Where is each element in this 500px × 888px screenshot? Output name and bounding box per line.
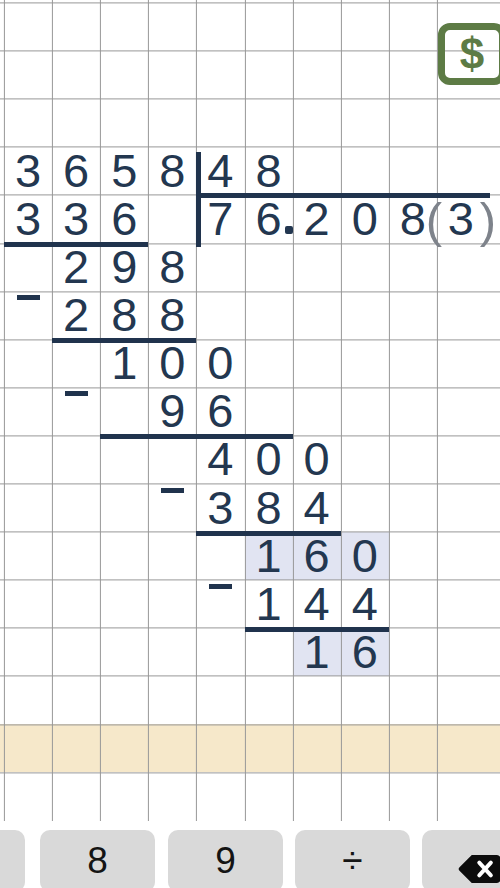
work-digit: 3 (196, 484, 244, 532)
minus-sign (17, 295, 40, 300)
worksheet-content-layer: 36584833676208(3)29828810096400384160144… (0, 0, 500, 821)
subtraction-underline (4, 242, 148, 247)
work-digit: 1 (245, 532, 293, 580)
work-digit: 0 (245, 435, 293, 483)
work-digit: 3 (52, 195, 100, 243)
work-digit: 8 (100, 291, 148, 339)
money-icon[interactable]: $ (438, 23, 500, 85)
key-offscreen-left[interactable] (0, 830, 25, 888)
keypad-toolbar: 89÷ (0, 821, 500, 888)
subtraction-underline (100, 434, 292, 439)
work-digit: 0 (196, 339, 244, 387)
minus-sign (65, 391, 88, 396)
problem-digit: 5 (100, 147, 148, 195)
work-digit: 4 (196, 435, 244, 483)
work-digit: 6 (341, 628, 389, 676)
work-digit: 2 (52, 291, 100, 339)
work-digit: 0 (293, 435, 341, 483)
work-digit: 8 (148, 243, 196, 291)
work-digit: 6 (100, 195, 148, 243)
work-digit: 9 (148, 387, 196, 435)
work-digit: 0 (148, 339, 196, 387)
work-digit: 4 (341, 580, 389, 628)
key-9[interactable]: 9 (168, 830, 283, 888)
quotient-digit: 0 (341, 195, 389, 243)
subtraction-underline (196, 531, 340, 536)
work-digit: 1 (245, 580, 293, 628)
quotient-digit: 2 (293, 195, 341, 243)
subtraction-underline (245, 627, 389, 632)
work-digit: 1 (100, 339, 148, 387)
work-digit: 9 (100, 243, 148, 291)
work-digit: 6 (293, 532, 341, 580)
work-digit: 8 (245, 484, 293, 532)
problem-digit: 4 (196, 147, 244, 195)
work-digit: 4 (293, 580, 341, 628)
subtraction-underline (52, 338, 196, 343)
division-bracket-vertical (196, 152, 202, 248)
problem-digit: 8 (245, 147, 293, 195)
work-digit: 4 (293, 484, 341, 532)
work-digit: 2 (52, 243, 100, 291)
key-divide[interactable]: ÷ (295, 830, 410, 888)
backspace-icon (457, 854, 500, 884)
minus-sign (161, 488, 184, 493)
work-digit: 3 (4, 195, 52, 243)
repeating-decimal-paren-close: ) (477, 195, 499, 243)
key-8[interactable]: 8 (40, 830, 155, 888)
problem-digit: 8 (148, 147, 196, 195)
quotient-digit: 6 (245, 195, 293, 243)
problem-digit: 6 (52, 147, 100, 195)
minus-sign (209, 584, 232, 589)
division-bracket-vinculum (196, 193, 490, 198)
problem-digit: 3 (4, 147, 52, 195)
division-worksheet-board: 36584833676208(3)29828810096400384160144… (0, 0, 500, 821)
work-digit: 8 (148, 291, 196, 339)
quotient-digit: 7 (196, 195, 244, 243)
key-backspace[interactable] (422, 830, 500, 888)
work-digit: 0 (341, 532, 389, 580)
work-digit: 6 (196, 387, 244, 435)
work-digit: 1 (293, 628, 341, 676)
dollar-sign-icon: $ (445, 30, 499, 78)
